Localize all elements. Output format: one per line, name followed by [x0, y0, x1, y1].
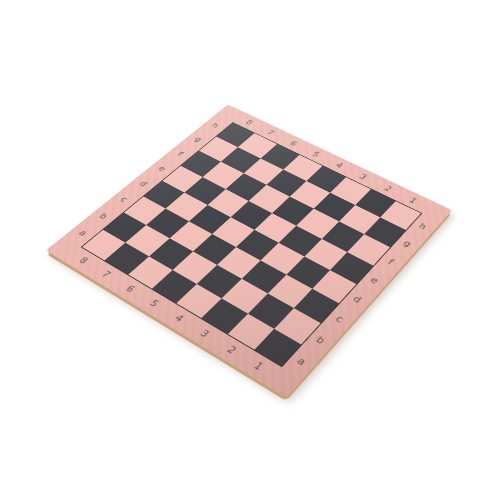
file-label-bottom-g: g: [401, 240, 412, 249]
rank-label-right-1: 1: [408, 197, 418, 205]
board-grid: [81, 122, 423, 367]
rank-label-left-7: 7: [100, 270, 112, 279]
rank-label-right-6: 6: [288, 140, 298, 147]
rank-label-right-2: 2: [383, 185, 393, 193]
file-label-bottom-e: e: [369, 276, 380, 285]
file-label-top-f: f: [176, 151, 184, 157]
product-photo-scene: 1122334455667788aabbccddeeffgghh: [0, 0, 500, 500]
file-label-bottom-f: f: [387, 258, 396, 266]
rank-label-left-8: 8: [77, 257, 89, 266]
rank-label-left-2: 2: [225, 345, 238, 355]
file-label-top-d: d: [138, 180, 149, 188]
rank-label-right-3: 3: [358, 173, 368, 180]
chessboard: 1122334455667788aabbccddeeffgghh: [46, 104, 452, 397]
file-label-top-c: c: [118, 196, 129, 204]
file-label-top-e: e: [157, 165, 168, 172]
file-label-top-a: a: [77, 229, 88, 237]
file-label-top-g: g: [193, 136, 203, 143]
rank-label-right-7: 7: [266, 130, 276, 137]
rank-label-right-4: 4: [334, 162, 344, 169]
rank-label-left-1: 1: [252, 361, 265, 372]
file-label-top-h: h: [210, 122, 220, 129]
rank-label-right-5: 5: [311, 151, 321, 158]
file-label-bottom-d: d: [351, 295, 363, 305]
file-label-bottom-a: a: [295, 356, 307, 367]
file-label-bottom-h: h: [417, 223, 428, 231]
rank-label-left-4: 4: [173, 314, 185, 324]
file-label-bottom-c: c: [333, 315, 344, 324]
file-label-top-b: b: [98, 212, 109, 220]
rank-label-left-6: 6: [124, 284, 136, 293]
rank-label-left-5: 5: [148, 299, 160, 309]
rank-label-left-3: 3: [198, 329, 210, 339]
file-label-bottom-b: b: [314, 335, 326, 345]
rank-label-right-8: 8: [244, 119, 254, 126]
